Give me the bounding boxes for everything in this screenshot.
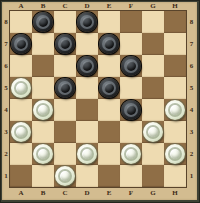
square-e2[interactable] [98,143,120,165]
square-e5[interactable] [98,77,120,99]
square-h8[interactable] [164,11,186,33]
square-e6[interactable] [98,55,120,77]
square-g2[interactable] [142,143,164,165]
square-d3[interactable] [76,121,98,143]
rank-labels-left: 87654321 [2,11,10,187]
coordinate-label: B [32,2,54,11]
square-d2[interactable] [76,143,98,165]
square-d4[interactable] [76,99,98,121]
square-a7[interactable] [10,33,32,55]
coordinate-label: 5 [2,77,10,99]
square-b3[interactable] [32,121,54,143]
white-man-b2[interactable] [33,144,53,164]
coordinate-label: 3 [186,121,197,143]
coordinate-label: 4 [186,99,197,121]
coordinate-label: 8 [186,11,197,33]
coordinate-label: B [32,188,54,199]
coordinate-label: 7 [186,33,197,55]
coordinate-label: 4 [2,99,10,121]
coordinate-label: 2 [186,143,197,165]
square-a3[interactable] [10,121,32,143]
square-a8[interactable] [10,11,32,33]
black-man-e5[interactable] [99,78,119,98]
square-d8[interactable] [76,11,98,33]
square-g1[interactable] [142,165,164,187]
square-h2[interactable] [164,143,186,165]
square-d7[interactable] [76,33,98,55]
square-e3[interactable] [98,121,120,143]
square-d6[interactable] [76,55,98,77]
square-e8[interactable] [98,11,120,33]
square-c6[interactable] [54,55,76,77]
square-a6[interactable] [10,55,32,77]
coordinate-label: 2 [2,143,10,165]
coordinate-label: H [164,188,186,199]
square-c1[interactable] [54,165,76,187]
black-man-b8[interactable] [33,12,53,32]
white-man-a3[interactable] [11,122,31,142]
black-man-f4[interactable] [121,100,141,120]
square-f4[interactable] [120,99,142,121]
square-h6[interactable] [164,55,186,77]
square-d1[interactable] [76,165,98,187]
coordinate-label: D [76,188,98,199]
coordinate-label: 3 [2,121,10,143]
white-man-f2[interactable] [121,144,141,164]
coordinate-label: 6 [2,55,10,77]
square-e7[interactable] [98,33,120,55]
black-man-c7[interactable] [55,34,75,54]
coordinate-label: 1 [186,165,197,187]
square-f6[interactable] [120,55,142,77]
black-man-c5[interactable] [55,78,75,98]
square-a4[interactable] [10,99,32,121]
square-e1[interactable] [98,165,120,187]
black-man-e7[interactable] [99,34,119,54]
board-grid [10,11,186,187]
square-h1[interactable] [164,165,186,187]
coordinate-label: 6 [186,55,197,77]
coordinate-label: E [98,2,120,11]
square-b5[interactable] [32,77,54,99]
square-g4[interactable] [142,99,164,121]
coordinate-label: 8 [2,11,10,33]
square-c2[interactable] [54,143,76,165]
file-labels-bottom: ABCDEFGH [10,188,186,199]
coordinate-label: C [54,188,76,199]
coordinate-label: F [120,2,142,11]
square-g8[interactable] [142,11,164,33]
square-g5[interactable] [142,77,164,99]
square-b6[interactable] [32,55,54,77]
square-b4[interactable] [32,99,54,121]
coordinate-label: H [164,2,186,11]
square-f7[interactable] [120,33,142,55]
square-d5[interactable] [76,77,98,99]
rank-labels-right: 87654321 [186,11,197,187]
square-a1[interactable] [10,165,32,187]
white-man-d2[interactable] [77,144,97,164]
square-b2[interactable] [32,143,54,165]
square-g6[interactable] [142,55,164,77]
white-man-a5[interactable] [11,78,31,98]
white-man-b4[interactable] [33,100,53,120]
checkers-board: ABCDEFGH ABCDEFGH 87654321 87654321 [0,0,200,203]
square-c8[interactable] [54,11,76,33]
square-g3[interactable] [142,121,164,143]
coordinate-label: E [98,188,120,199]
black-man-a7[interactable] [11,34,31,54]
square-h7[interactable] [164,33,186,55]
square-f5[interactable] [120,77,142,99]
square-b8[interactable] [32,11,54,33]
coordinate-label: A [10,188,32,199]
square-b7[interactable] [32,33,54,55]
white-man-h2[interactable] [165,144,185,164]
square-c7[interactable] [54,33,76,55]
coordinate-label: 5 [186,77,197,99]
coordinate-label: G [142,2,164,11]
file-labels-top: ABCDEFGH [10,2,186,11]
square-f2[interactable] [120,143,142,165]
white-man-h4[interactable] [165,100,185,120]
coordinate-label: G [142,188,164,199]
square-c5[interactable] [54,77,76,99]
white-man-c1[interactable] [55,166,75,186]
black-man-d8[interactable] [77,12,97,32]
square-b1[interactable] [32,165,54,187]
square-h4[interactable] [164,99,186,121]
coordinate-label: 7 [2,33,10,55]
square-a2[interactable] [10,143,32,165]
square-e4[interactable] [98,99,120,121]
square-f1[interactable] [120,165,142,187]
black-man-f6[interactable] [121,56,141,76]
coordinate-label: 1 [2,165,10,187]
square-h5[interactable] [164,77,186,99]
square-a5[interactable] [10,77,32,99]
black-man-d6[interactable] [77,56,97,76]
square-h3[interactable] [164,121,186,143]
coordinate-label: F [120,188,142,199]
square-f3[interactable] [120,121,142,143]
square-f8[interactable] [120,11,142,33]
square-g7[interactable] [142,33,164,55]
square-c3[interactable] [54,121,76,143]
coordinate-label: D [76,2,98,11]
coordinate-label: C [54,2,76,11]
coordinate-label: A [10,2,32,11]
square-c4[interactable] [54,99,76,121]
white-man-g3[interactable] [143,122,163,142]
